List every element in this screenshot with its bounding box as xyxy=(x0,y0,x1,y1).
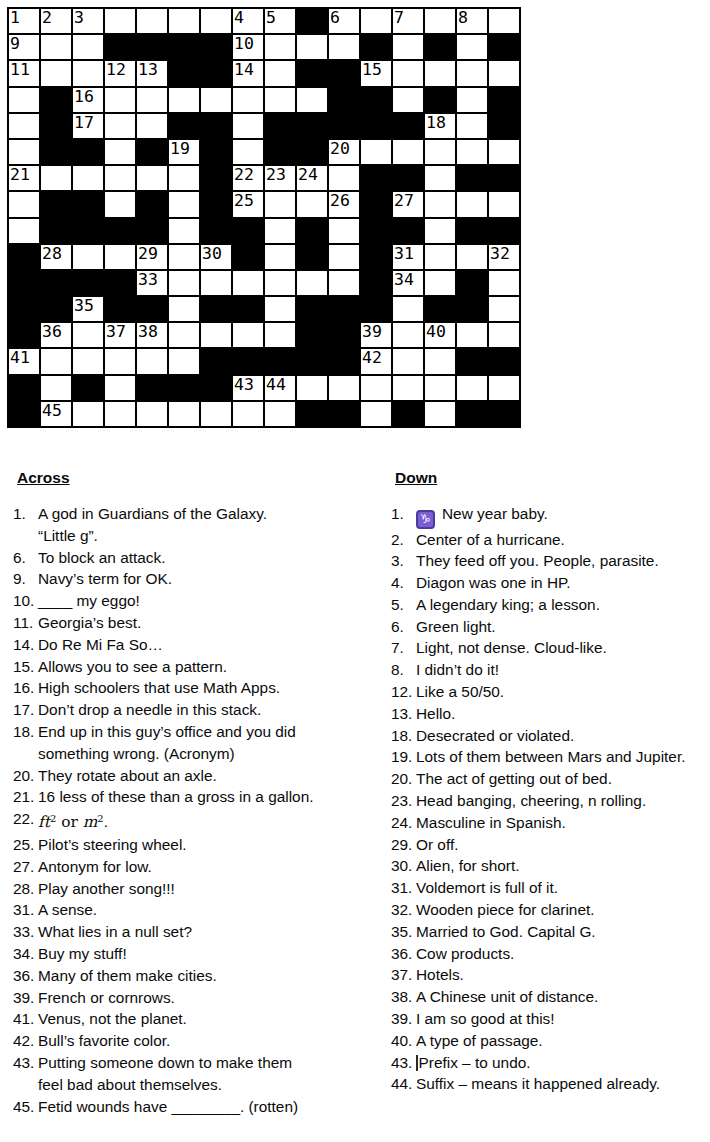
clue-text: Desecrated or violated. xyxy=(416,725,707,747)
down-clue-5: 5.A legendary king; a lesson. xyxy=(391,594,707,616)
grid-cell[interactable] xyxy=(360,139,392,165)
grid-cell[interactable]: 1 xyxy=(8,8,40,34)
grid-cell[interactable] xyxy=(40,60,72,86)
grid-cell[interactable] xyxy=(232,270,264,296)
clue-text: Prefix – to undo. xyxy=(416,1052,707,1074)
grid-cell[interactable] xyxy=(296,270,328,296)
block-cell xyxy=(360,165,392,191)
cell-number: 30 xyxy=(202,245,222,263)
down-clue-44: 44.Suffix – means it happened already. xyxy=(391,1073,707,1095)
block-cell xyxy=(168,34,200,60)
grid-cell[interactable] xyxy=(360,401,392,427)
cell-number: 36 xyxy=(42,323,62,341)
clue-text: What lies in a null set? xyxy=(38,921,381,943)
cell-number: 22 xyxy=(234,166,254,184)
clue-number: 41. xyxy=(13,1008,38,1030)
grid-cell[interactable] xyxy=(328,165,360,191)
block-cell xyxy=(360,113,392,139)
grid-cell[interactable] xyxy=(456,87,488,113)
grid-cell[interactable] xyxy=(168,244,200,270)
clue-number: 12. xyxy=(391,681,416,703)
cell-number: 45 xyxy=(42,402,62,420)
clue-text: Like a 50/50. xyxy=(416,681,707,703)
cell-number: 34 xyxy=(394,271,414,289)
grid-cell[interactable]: 35 xyxy=(72,296,104,322)
grid-cell[interactable] xyxy=(424,8,456,34)
grid-cell[interactable] xyxy=(104,191,136,217)
grid-cell[interactable] xyxy=(456,322,488,348)
crossword-grid: 1234567891011121314151617181920212223242… xyxy=(7,7,521,428)
grid-cell[interactable] xyxy=(104,113,136,139)
clue-text: Masculine in Spanish. xyxy=(416,812,707,834)
block-cell xyxy=(136,218,168,244)
grid-cell[interactable]: 39 xyxy=(360,322,392,348)
clue-text: Putting someone down to make them feel b… xyxy=(38,1052,381,1096)
grid-cell[interactable] xyxy=(104,165,136,191)
grid-cell[interactable] xyxy=(456,34,488,60)
clue-text: A sense. xyxy=(38,899,381,921)
grid-cell[interactable]: 19 xyxy=(168,139,200,165)
block-cell xyxy=(424,296,456,322)
down-clue-19: 19.Lots of them between Mars and Jupiter… xyxy=(391,746,707,768)
grid-cell[interactable] xyxy=(40,348,72,374)
block-cell xyxy=(392,113,424,139)
grid-cell[interactable] xyxy=(104,348,136,374)
grid-cell[interactable] xyxy=(328,270,360,296)
block-cell xyxy=(488,401,520,427)
grid-cell[interactable] xyxy=(8,113,40,139)
down-clue-7: 7.Light, not dense. Cloud-like. xyxy=(391,637,707,659)
grid-cell[interactable] xyxy=(72,401,104,427)
across-clue-25: 25.Pilot’s steering wheel. xyxy=(13,834,381,856)
block-cell xyxy=(136,139,168,165)
clue-number: 35. xyxy=(391,921,416,943)
grid-cell[interactable]: 2 xyxy=(40,8,72,34)
grid-cell[interactable] xyxy=(200,270,232,296)
block-cell xyxy=(296,139,328,165)
grid-cell[interactable]: 28 xyxy=(40,244,72,270)
grid-cell[interactable]: 30 xyxy=(200,244,232,270)
grid-cell[interactable]: 18 xyxy=(424,113,456,139)
grid-cell[interactable]: 43 xyxy=(232,375,264,401)
down-clue-31: 31.Voldemort is full of it. xyxy=(391,877,707,899)
grid-cell[interactable] xyxy=(8,139,40,165)
grid-cell[interactable] xyxy=(168,218,200,244)
across-clue-16: 16.High schoolers that use Math Apps. xyxy=(13,677,381,699)
clue-text: End up in this guy’s office and you did … xyxy=(38,721,381,765)
grid-cell[interactable]: 11 xyxy=(8,60,40,86)
grid-cell[interactable] xyxy=(360,8,392,34)
grid-cell[interactable] xyxy=(296,34,328,60)
clue-text-run: . xyxy=(104,813,108,830)
block-cell xyxy=(104,296,136,322)
grid-cell[interactable] xyxy=(392,322,424,348)
block-cell xyxy=(40,113,72,139)
clue-number: 5. xyxy=(391,594,416,616)
grid-cell[interactable] xyxy=(264,87,296,113)
grid-cell[interactable] xyxy=(168,296,200,322)
grid-cell[interactable] xyxy=(488,375,520,401)
across-clues-section: Across 1.A god in Guardians of the Galax… xyxy=(13,467,381,1117)
grid-cell[interactable] xyxy=(136,113,168,139)
cell-number: 11 xyxy=(10,61,30,79)
block-cell xyxy=(392,165,424,191)
grid-cell[interactable] xyxy=(72,165,104,191)
grid-cell[interactable] xyxy=(424,375,456,401)
clue-number: 38. xyxy=(391,986,416,1008)
across-clue-22: 22.ft2 or m2. xyxy=(13,808,381,834)
grid-cell[interactable]: 42 xyxy=(360,348,392,374)
grid-cell[interactable] xyxy=(72,348,104,374)
clue-text: Green light. xyxy=(416,616,707,638)
grid-cell[interactable] xyxy=(392,34,424,60)
grid-cell[interactable]: 12 xyxy=(104,60,136,86)
grid-cell[interactable]: 27 xyxy=(392,191,424,217)
clue-number: 39. xyxy=(391,1008,416,1030)
clue-number: 8. xyxy=(391,659,416,681)
cell-number: 14 xyxy=(234,61,254,79)
cell-number: 16 xyxy=(74,88,94,106)
clue-number: 29. xyxy=(391,834,416,856)
grid-cell[interactable] xyxy=(264,191,296,217)
block-cell xyxy=(200,191,232,217)
grid-cell[interactable]: 22 xyxy=(232,165,264,191)
grid-cell[interactable]: 38 xyxy=(136,322,168,348)
block-cell xyxy=(232,296,264,322)
grid-cell[interactable]: 40 xyxy=(424,322,456,348)
clue-number: 20. xyxy=(391,768,416,790)
grid-cell[interactable]: 17 xyxy=(72,113,104,139)
grid-cell[interactable] xyxy=(424,139,456,165)
clue-text: Don’t drop a needle in this stack. xyxy=(38,699,381,721)
across-clue-45: 45.Fetid wounds have ________. (rotten) xyxy=(13,1096,381,1118)
cell-number: 8 xyxy=(458,9,468,27)
clue-number: 4. xyxy=(391,572,416,594)
across-header: Across xyxy=(17,467,381,489)
block-cell xyxy=(8,322,40,348)
block-cell xyxy=(200,60,232,86)
grid-cell[interactable] xyxy=(136,8,168,34)
grid-cell[interactable] xyxy=(488,60,520,86)
grid-cell[interactable] xyxy=(40,375,72,401)
grid-cell[interactable] xyxy=(72,244,104,270)
block-cell xyxy=(40,296,72,322)
cell-number: 19 xyxy=(170,140,190,158)
clue-number: 18. xyxy=(13,721,38,743)
block-cell xyxy=(40,139,72,165)
block-cell xyxy=(488,165,520,191)
clue-number: 25. xyxy=(13,834,38,856)
clue-text: A legendary king; a lesson. xyxy=(416,594,707,616)
grid-cell[interactable] xyxy=(360,375,392,401)
block-cell xyxy=(40,218,72,244)
grid-cell[interactable]: 32 xyxy=(488,244,520,270)
block-cell xyxy=(488,34,520,60)
grid-cell[interactable] xyxy=(8,218,40,244)
grid-cell[interactable] xyxy=(328,34,360,60)
grid-cell[interactable] xyxy=(72,60,104,86)
grid-cell[interactable] xyxy=(232,322,264,348)
clue-number: 21. xyxy=(13,786,38,808)
clue-text: Play another song!!! xyxy=(38,878,381,900)
grid-cell[interactable] xyxy=(40,34,72,60)
down-clue-3: 3.They feed off you. People, parasite. xyxy=(391,550,707,572)
grid-cell[interactable] xyxy=(104,8,136,34)
grid-cell[interactable] xyxy=(168,165,200,191)
grid-cell[interactable]: 44 xyxy=(264,375,296,401)
clue-text: 16 less of these than a gross in a gallo… xyxy=(38,786,381,808)
across-clue-11: 11.Georgia’s best. xyxy=(13,612,381,634)
down-header: Down xyxy=(395,467,707,489)
cell-number: 44 xyxy=(266,376,286,394)
clue-text: Voldemort is full of it. xyxy=(416,877,707,899)
grid-cell[interactable] xyxy=(168,87,200,113)
grid-cell[interactable] xyxy=(232,87,264,113)
grid-cell[interactable]: 7 xyxy=(392,8,424,34)
grid-cell[interactable] xyxy=(264,244,296,270)
grid-cell[interactable] xyxy=(424,348,456,374)
cell-number: 26 xyxy=(330,192,350,210)
grid-cell[interactable] xyxy=(72,34,104,60)
clue-number: 34. xyxy=(13,943,38,965)
cell-number: 18 xyxy=(426,114,446,132)
grid-cell[interactable]: 3 xyxy=(72,8,104,34)
grid-cell[interactable] xyxy=(168,322,200,348)
grid-cell[interactable] xyxy=(232,139,264,165)
grid-cell[interactable]: 45 xyxy=(40,401,72,427)
grid-cell[interactable]: 25 xyxy=(232,191,264,217)
clue-number: 11. xyxy=(13,612,38,634)
grid-cell[interactable] xyxy=(136,348,168,374)
grid-cell[interactable] xyxy=(488,270,520,296)
block-cell xyxy=(424,34,456,60)
grid-cell[interactable]: 6 xyxy=(328,8,360,34)
grid-cell[interactable] xyxy=(168,8,200,34)
grid-cell[interactable]: 31 xyxy=(392,244,424,270)
clue-text: Buy my stuff! xyxy=(38,943,381,965)
clue-number: 36. xyxy=(13,965,38,987)
grid-cell[interactable] xyxy=(232,401,264,427)
clue-text: French or cornrows. xyxy=(38,987,381,1009)
cell-number: 27 xyxy=(394,192,414,210)
block-cell xyxy=(424,87,456,113)
grid-cell[interactable] xyxy=(72,322,104,348)
grid-cell[interactable]: 36 xyxy=(40,322,72,348)
clue-number: 22. xyxy=(13,808,38,830)
grid-cell[interactable] xyxy=(200,401,232,427)
grid-cell[interactable] xyxy=(392,296,424,322)
clue-text: To block an attack. xyxy=(38,547,381,569)
clue-number: 45. xyxy=(13,1096,38,1118)
grid-cell[interactable] xyxy=(488,296,520,322)
block-cell xyxy=(328,60,360,86)
grid-cell[interactable] xyxy=(264,401,296,427)
block-cell xyxy=(72,139,104,165)
grid-cell[interactable]: 4 xyxy=(232,8,264,34)
grid-cell[interactable] xyxy=(40,165,72,191)
grid-cell[interactable] xyxy=(136,87,168,113)
grid-cell[interactable] xyxy=(424,270,456,296)
grid-cell[interactable] xyxy=(456,375,488,401)
clue-number: 24. xyxy=(391,812,416,834)
grid-cell[interactable] xyxy=(264,60,296,86)
grid-cell[interactable] xyxy=(264,296,296,322)
grid-cell[interactable] xyxy=(424,244,456,270)
grid-cell[interactable] xyxy=(424,401,456,427)
grid-cell[interactable] xyxy=(456,139,488,165)
grid-cell[interactable]: 15 xyxy=(360,60,392,86)
block-cell xyxy=(488,348,520,374)
grid-cell[interactable] xyxy=(8,87,40,113)
clue-number: 44. xyxy=(391,1073,416,1095)
clue-text: Alien, for short. xyxy=(416,855,707,877)
block-cell xyxy=(200,218,232,244)
grid-cell[interactable] xyxy=(392,60,424,86)
grid-cell[interactable] xyxy=(424,165,456,191)
grid-cell[interactable] xyxy=(296,87,328,113)
grid-cell[interactable] xyxy=(392,348,424,374)
grid-cell[interactable] xyxy=(8,191,40,217)
grid-cell[interactable] xyxy=(168,270,200,296)
down-clue-36: 36.Cow products. xyxy=(391,943,707,965)
grid-cell[interactable] xyxy=(456,113,488,139)
grid-cell[interactable]: 8 xyxy=(456,8,488,34)
grid-cell[interactable]: 34 xyxy=(392,270,424,296)
grid-cell[interactable]: 41 xyxy=(8,348,40,374)
grid-cell[interactable] xyxy=(424,218,456,244)
clue-text: Hello. xyxy=(416,703,707,725)
grid-cell[interactable] xyxy=(232,113,264,139)
grid-cell[interactable] xyxy=(264,34,296,60)
block-cell xyxy=(456,270,488,296)
block-cell xyxy=(200,296,232,322)
grid-cell[interactable] xyxy=(200,87,232,113)
block-cell xyxy=(72,218,104,244)
block-cell xyxy=(136,375,168,401)
grid-cell[interactable] xyxy=(488,322,520,348)
clue-number: 6. xyxy=(391,616,416,638)
grid-cell[interactable] xyxy=(456,60,488,86)
grid-cell[interactable] xyxy=(168,401,200,427)
grid-cell[interactable] xyxy=(424,60,456,86)
grid-cell[interactable] xyxy=(200,8,232,34)
clue-text: Diagon was one in HP. xyxy=(416,572,707,594)
grid-cell[interactable] xyxy=(392,375,424,401)
across-clue-31: 31.A sense. xyxy=(13,899,381,921)
grid-cell[interactable] xyxy=(168,191,200,217)
grid-cell[interactable] xyxy=(136,401,168,427)
block-cell xyxy=(232,348,264,374)
grid-cell[interactable] xyxy=(456,244,488,270)
grid-cell[interactable] xyxy=(488,8,520,34)
clue-number: 1. xyxy=(391,503,416,525)
block-cell xyxy=(456,165,488,191)
grid-cell[interactable]: 20 xyxy=(328,139,360,165)
across-clue-43: 43.Putting someone down to make them fee… xyxy=(13,1052,381,1096)
grid-cell[interactable]: 37 xyxy=(104,322,136,348)
grid-cell[interactable]: 24 xyxy=(296,165,328,191)
grid-cell[interactable] xyxy=(104,139,136,165)
grid-cell[interactable] xyxy=(328,218,360,244)
cell-number: 31 xyxy=(394,245,414,263)
block-cell xyxy=(264,348,296,374)
block-cell xyxy=(40,191,72,217)
grid-cell[interactable]: 33 xyxy=(136,270,168,296)
cell-number: 10 xyxy=(234,35,254,53)
block-cell xyxy=(360,296,392,322)
grid-cell[interactable] xyxy=(296,375,328,401)
grid-cell[interactable]: 21 xyxy=(8,165,40,191)
grid-cell[interactable]: 29 xyxy=(136,244,168,270)
block-cell xyxy=(392,218,424,244)
grid-cell[interactable] xyxy=(136,165,168,191)
grid-cell[interactable]: 13 xyxy=(136,60,168,86)
grid-cell[interactable] xyxy=(424,191,456,217)
grid-cell[interactable] xyxy=(264,218,296,244)
down-clue-43: 43.Prefix – to undo. xyxy=(391,1052,707,1074)
down-clue-39: 39.I am so good at this! xyxy=(391,1008,707,1030)
clue-text: ft2 or m2. xyxy=(38,808,381,834)
grid-cell[interactable]: 16 xyxy=(72,87,104,113)
down-clues-section: Down 1.♑New year baby.2.Center of a hurr… xyxy=(391,467,707,1095)
grid-cell[interactable] xyxy=(488,139,520,165)
grid-cell[interactable] xyxy=(296,191,328,217)
grid-cell[interactable] xyxy=(168,348,200,374)
grid-cell[interactable]: 23 xyxy=(264,165,296,191)
block-cell xyxy=(328,401,360,427)
grid-cell[interactable]: 26 xyxy=(328,191,360,217)
down-clue-37: 37.Hotels. xyxy=(391,964,707,986)
cell-number: 37 xyxy=(106,323,126,341)
down-clue-29: 29.Or off. xyxy=(391,834,707,856)
grid-cell[interactable] xyxy=(104,375,136,401)
grid-cell[interactable] xyxy=(392,139,424,165)
block-cell xyxy=(328,113,360,139)
cell-number: 29 xyxy=(138,245,158,263)
grid-cell[interactable] xyxy=(392,87,424,113)
block-cell xyxy=(72,270,104,296)
grid-cell[interactable] xyxy=(488,191,520,217)
grid-cell[interactable] xyxy=(200,322,232,348)
clue-number: 43. xyxy=(13,1052,38,1074)
grid-cell[interactable]: 5 xyxy=(264,8,296,34)
grid-cell[interactable] xyxy=(264,322,296,348)
clue-number: 13. xyxy=(391,703,416,725)
grid-cell[interactable]: 9 xyxy=(8,34,40,60)
clue-text: Wooden piece for clarinet. xyxy=(416,899,707,921)
block-cell xyxy=(136,34,168,60)
grid-cell[interactable] xyxy=(104,401,136,427)
cell-number: 25 xyxy=(234,192,254,210)
grid-cell[interactable]: 10 xyxy=(232,34,264,60)
grid-cell[interactable] xyxy=(328,375,360,401)
grid-cell[interactable] xyxy=(456,191,488,217)
block-cell xyxy=(360,191,392,217)
grid-cell[interactable]: 14 xyxy=(232,60,264,86)
cell-number: 1 xyxy=(10,9,20,27)
block-cell xyxy=(360,244,392,270)
clue-number: 9. xyxy=(13,568,38,590)
clue-text-run: ft xyxy=(38,813,50,831)
grid-cell[interactable] xyxy=(104,87,136,113)
grid-cell[interactable] xyxy=(328,244,360,270)
down-clue-23: 23.Head banging, cheering, n rolling. xyxy=(391,790,707,812)
clue-number: 27. xyxy=(13,856,38,878)
grid-cell[interactable] xyxy=(264,270,296,296)
block-cell xyxy=(296,8,328,34)
clue-text: A Chinese unit of distance. xyxy=(416,986,707,1008)
grid-cell[interactable] xyxy=(104,244,136,270)
